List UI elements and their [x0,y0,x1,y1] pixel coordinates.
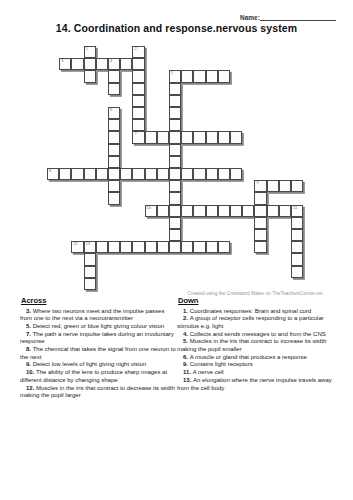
grid-cell[interactable] [84,58,96,70]
grid-cell[interactable] [181,205,193,217]
across-clue-12: 12. Muscles in the iris that contract to… [20,385,178,400]
grid-cell[interactable]: 7 [132,131,144,143]
grid-cell[interactable] [132,58,144,70]
grid-cell[interactable] [181,70,193,82]
grid-cell[interactable] [108,131,120,143]
grid-cell[interactable] [230,131,242,143]
cell-number: 4 [110,59,112,63]
grid-cell[interactable] [132,168,144,180]
down-clues: Down 1. Coordinates responses: Brain and… [177,296,335,392]
grid-cell[interactable] [218,241,230,253]
grid-cell[interactable] [157,241,169,253]
down-clue-2: 2. A group of receptor cells responding … [177,315,335,330]
cell-number: 6 [110,108,112,112]
grid-cell[interactable] [120,168,132,180]
grid-cell[interactable] [254,229,266,241]
grid-cell[interactable] [84,278,96,290]
grid-cell[interactable] [291,217,303,229]
grid-cell[interactable]: 12 [71,241,83,253]
page-title: 14. Coordination and response.nervous sy… [0,22,353,34]
name-label: Name: [240,14,260,21]
cell-number: 11 [293,206,297,210]
grid-cell[interactable] [181,131,193,143]
across-clue-8: 8. The chemical that takes the signal fr… [20,346,178,361]
grid-cell[interactable] [96,168,108,180]
grid-cell[interactable] [145,131,157,143]
grid-cell[interactable] [132,241,144,253]
grid-cell[interactable]: 11 [291,205,303,217]
grid-cell[interactable] [193,241,205,253]
worksheet-page: Name: 14. Coordination and response.nerv… [0,0,353,500]
across-clue-7: 7. The path a nerve impulse takes during… [20,331,178,346]
grid-cell[interactable] [193,70,205,82]
grid-cell[interactable]: 10 [145,205,157,217]
grid-cell[interactable]: 4 [108,58,120,70]
grid-cell[interactable] [96,241,108,253]
grid-cell[interactable] [267,180,279,192]
grid-cell[interactable] [242,205,254,217]
grid-cell[interactable] [169,192,181,204]
name-field: Name: [240,14,336,21]
across-heading: Across [21,296,178,305]
grid-cell[interactable] [132,107,144,119]
grid-cell[interactable] [108,168,120,180]
grid-cell[interactable] [218,168,230,180]
grid-cell[interactable] [193,205,205,217]
grid-cell[interactable] [279,205,291,217]
grid-cell[interactable] [169,131,181,143]
grid-cell[interactable] [108,192,120,204]
grid-cell[interactable] [279,180,291,192]
grid-cell[interactable] [96,58,108,70]
grid-cell[interactable]: 2 [132,46,144,58]
grid-cell[interactable] [181,241,193,253]
grid-cell[interactable]: 8 [47,168,59,180]
grid-cell[interactable] [291,253,303,265]
grid-cell[interactable] [206,70,218,82]
down-clue-9: 9. Contains light receptors [177,361,335,369]
grid-cell[interactable] [169,205,181,217]
grid-cell[interactable] [169,241,181,253]
grid-cell[interactable] [132,70,144,82]
grid-cell[interactable] [169,107,181,119]
cell-number: 1 [86,47,88,51]
grid-cell[interactable]: 5 [169,70,181,82]
cell-number: 8 [49,169,51,173]
down-clue-5: 5. Muscles in the iris that contract to … [177,338,335,353]
grid-cell[interactable] [254,241,266,253]
cell-number: 9 [256,181,258,185]
cell-number: 3 [61,59,63,63]
grid-cell[interactable] [169,95,181,107]
grid-cell[interactable] [108,156,120,168]
grid-cell[interactable] [193,168,205,180]
grid-cell[interactable] [132,83,144,95]
down-clue-13: 13. An elongation where the nerve impuls… [177,377,335,392]
down-clue-11: 11. A nerve cell [177,369,335,377]
grid-cell[interactable] [169,156,181,168]
grid-cell[interactable] [120,58,132,70]
grid-cell[interactable] [206,168,218,180]
grid-cell[interactable] [230,168,242,180]
grid-cell[interactable] [169,168,181,180]
grid-cell[interactable] [181,168,193,180]
grid-cell[interactable] [291,266,303,278]
grid-cell[interactable] [84,168,96,180]
grid-cell[interactable] [145,168,157,180]
across-clue-5: 5. Detect red, green or blue light givin… [20,323,178,331]
grid-cell[interactable] [218,205,230,217]
name-blank-line [260,14,336,21]
cell-number: 13 [86,242,90,246]
grid-cell[interactable] [108,241,120,253]
grid-cell[interactable] [206,131,218,143]
grid-cell[interactable] [254,205,266,217]
grid-cell[interactable] [157,205,169,217]
grid-cell[interactable]: 9 [254,180,266,192]
grid-cell[interactable] [84,266,96,278]
grid-cell[interactable] [218,70,230,82]
grid-cell[interactable] [108,144,120,156]
grid-cell[interactable] [193,131,205,143]
across-clues: Across 3. Where two neurons meet and the… [20,296,178,400]
grid-cell[interactable] [132,95,144,107]
grid-cell[interactable]: 3 [59,58,71,70]
grid-cell[interactable] [157,131,169,143]
grid-cell[interactable] [169,229,181,241]
grid-cell[interactable] [291,180,303,192]
across-clue-list: 3. Where two neurons meet and the impuls… [20,308,178,400]
cell-number: 5 [171,71,173,75]
down-clue-list: 1. Coordinates responses: Brain and spin… [177,308,335,393]
grid-cell[interactable] [108,180,120,192]
grid-cell[interactable] [169,83,181,95]
grid-cell[interactable] [71,58,83,70]
down-clue-4: 4. Collects and sends messages to and fr… [177,331,335,339]
down-heading: Down [178,296,335,305]
grid-cell[interactable]: 13 [84,241,96,253]
grid-cell[interactable] [169,144,181,156]
grid-cell[interactable] [108,83,120,95]
grid-cell[interactable]: 6 [108,107,120,119]
grid-cell[interactable] [206,205,218,217]
grid-cell[interactable] [169,217,181,229]
grid-cell[interactable]: 1 [84,46,96,58]
across-clue-3: 3. Where two neurons meet and the impuls… [20,308,178,323]
across-clue-9: 9. Detect low levels of light giving nig… [20,361,178,369]
grid-cell[interactable] [206,241,218,253]
grid-cell[interactable] [254,217,266,229]
grid-cell[interactable] [145,241,157,253]
grid-cell[interactable] [291,241,303,253]
grid-cell[interactable] [157,168,169,180]
cell-number: 2 [134,47,136,51]
cell-number: 10 [147,206,151,210]
cell-number: 7 [134,132,136,136]
cell-number: 12 [73,242,77,246]
grid-cell[interactable] [267,205,279,217]
grid-cell[interactable] [59,168,71,180]
grid-cell[interactable] [84,70,96,82]
crossword-grid: 12345678910111213 [47,46,305,292]
grid-cell[interactable] [84,253,96,265]
grid-cell[interactable] [291,229,303,241]
grid-cell[interactable] [169,180,181,192]
grid-cell[interactable] [108,70,120,82]
grid-cell[interactable] [132,119,144,131]
grid-cell[interactable] [169,119,181,131]
across-clue-10: 10. The ability of the lens to produce s… [20,369,178,384]
grid-cell[interactable] [108,119,120,131]
grid-cell[interactable] [254,192,266,204]
grid-cell[interactable] [120,241,132,253]
grid-cell[interactable] [71,168,83,180]
down-clue-6: 6. A muscle or gland that produces a res… [177,354,335,362]
down-clue-1: 1. Coordinates responses: Brain and spin… [177,308,335,316]
grid-cell[interactable] [218,131,230,143]
grid-cell[interactable] [230,205,242,217]
